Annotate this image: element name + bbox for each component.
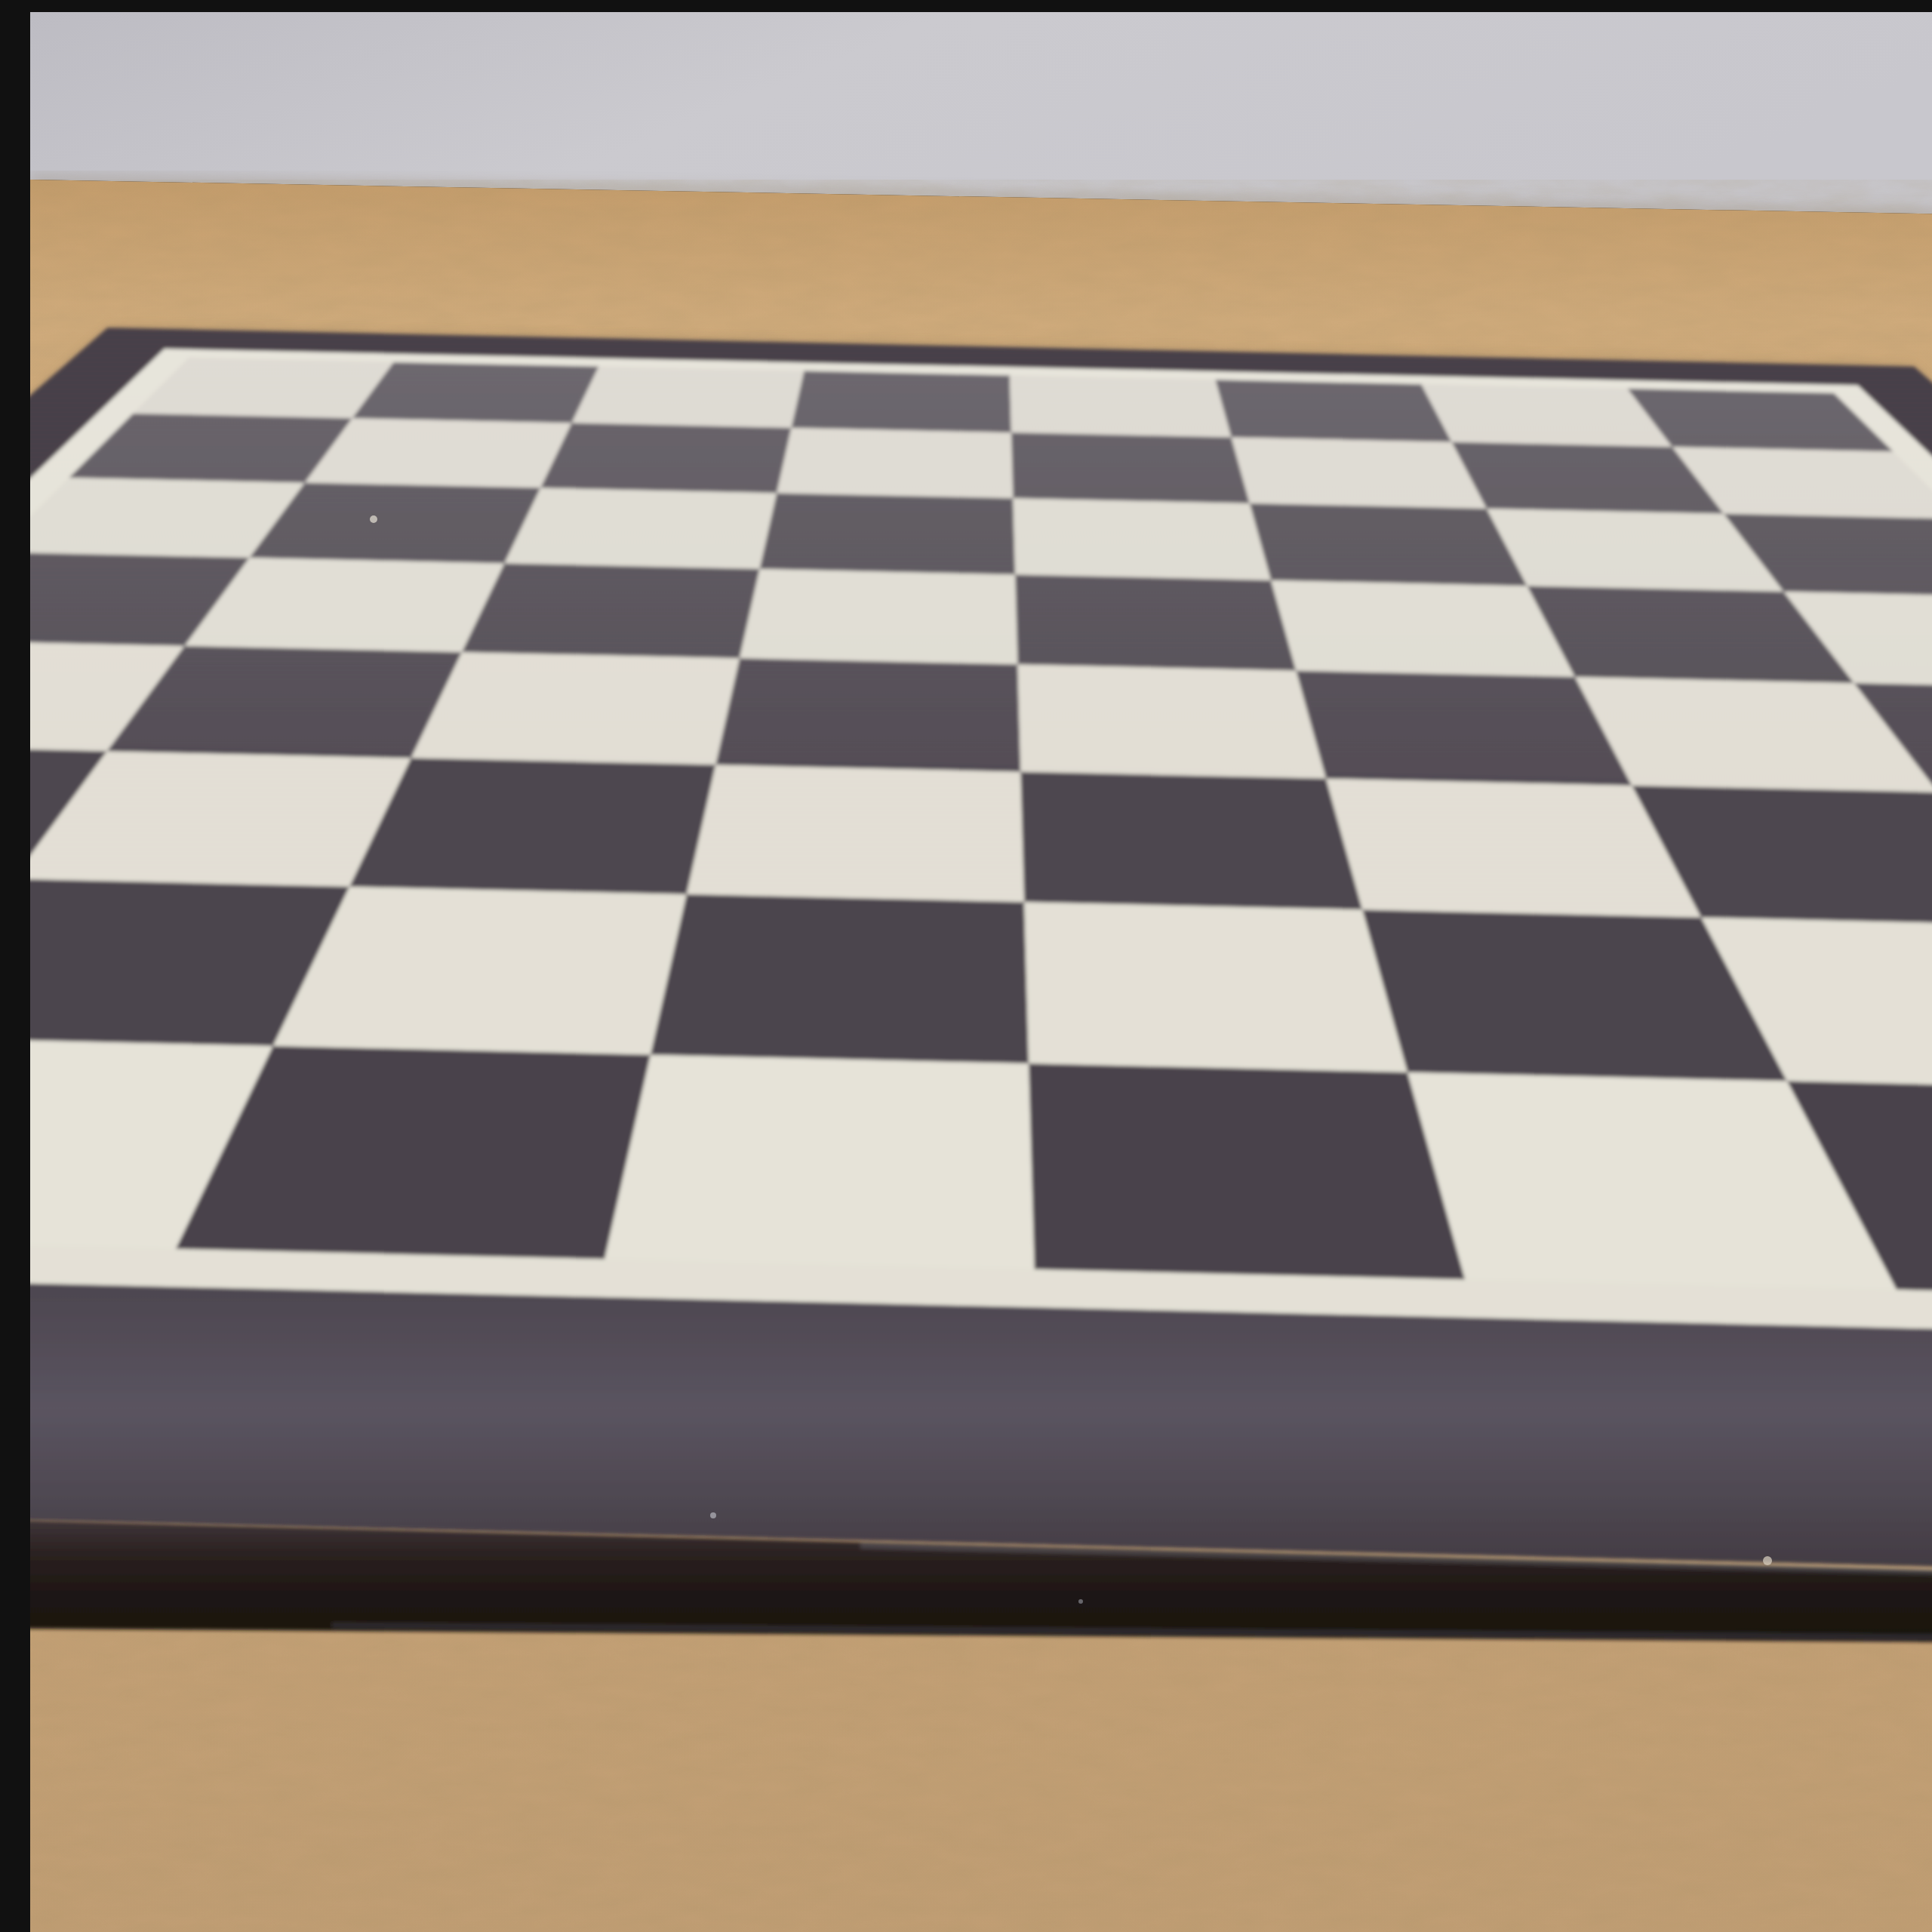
scene-svg	[30, 12, 1932, 1932]
chessboard-photo: Empty dark-and-cream wooden chessboard w…	[30, 12, 1932, 1932]
board-far-haze	[30, 349, 1932, 795]
